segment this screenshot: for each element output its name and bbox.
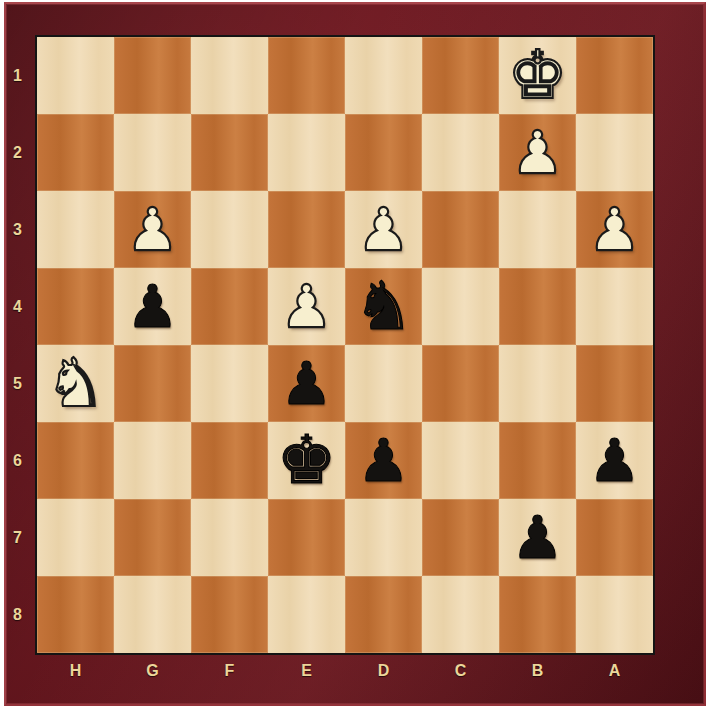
square-h8[interactable] bbox=[37, 576, 114, 653]
square-e3[interactable] bbox=[268, 191, 345, 268]
rank-labels: 12345678 bbox=[2, 37, 33, 653]
square-f5[interactable] bbox=[191, 345, 268, 422]
file-label-e: E bbox=[268, 657, 345, 693]
piece-black-pawn-g4[interactable]: ♟ bbox=[126, 277, 179, 336]
square-a4[interactable] bbox=[576, 268, 653, 345]
piece-white-pawn-g3[interactable]: ♟ bbox=[126, 200, 179, 259]
square-f2[interactable] bbox=[191, 114, 268, 191]
square-g4[interactable]: ♟ bbox=[114, 268, 191, 345]
square-b5[interactable] bbox=[499, 345, 576, 422]
square-f6[interactable] bbox=[191, 422, 268, 499]
chess-board[interactable]: ♚♟♟♟♟♟♟♞♞♟♚♟♟♟ bbox=[35, 35, 655, 655]
piece-black-pawn-e5[interactable]: ♟ bbox=[280, 354, 333, 413]
rank-label-7: 7 bbox=[2, 499, 33, 576]
square-a7[interactable] bbox=[576, 499, 653, 576]
square-c4[interactable] bbox=[422, 268, 499, 345]
square-c8[interactable] bbox=[422, 576, 499, 653]
square-h5[interactable]: ♞ bbox=[37, 345, 114, 422]
square-d7[interactable] bbox=[345, 499, 422, 576]
square-g5[interactable] bbox=[114, 345, 191, 422]
square-a1[interactable] bbox=[576, 37, 653, 114]
file-label-c: C bbox=[422, 657, 499, 693]
square-g8[interactable] bbox=[114, 576, 191, 653]
square-d1[interactable] bbox=[345, 37, 422, 114]
square-d6[interactable]: ♟ bbox=[345, 422, 422, 499]
square-d4[interactable]: ♞ bbox=[345, 268, 422, 345]
file-label-d: D bbox=[345, 657, 422, 693]
square-f7[interactable] bbox=[191, 499, 268, 576]
rank-label-8: 8 bbox=[2, 576, 33, 653]
square-a2[interactable] bbox=[576, 114, 653, 191]
square-e2[interactable] bbox=[268, 114, 345, 191]
square-b2[interactable]: ♟ bbox=[499, 114, 576, 191]
screenshot-root: { "game": "chess", "position": { "fen": … bbox=[0, 0, 709, 709]
square-b6[interactable] bbox=[499, 422, 576, 499]
square-h7[interactable] bbox=[37, 499, 114, 576]
square-f4[interactable] bbox=[191, 268, 268, 345]
file-label-g: G bbox=[114, 657, 191, 693]
piece-white-pawn-a3[interactable]: ♟ bbox=[588, 200, 641, 259]
square-e6[interactable]: ♚ bbox=[268, 422, 345, 499]
file-label-a: A bbox=[576, 657, 653, 693]
square-h3[interactable] bbox=[37, 191, 114, 268]
square-e5[interactable]: ♟ bbox=[268, 345, 345, 422]
square-g1[interactable] bbox=[114, 37, 191, 114]
square-c3[interactable] bbox=[422, 191, 499, 268]
square-c1[interactable] bbox=[422, 37, 499, 114]
square-d3[interactable]: ♟ bbox=[345, 191, 422, 268]
file-label-h: H bbox=[37, 657, 114, 693]
square-b4[interactable] bbox=[499, 268, 576, 345]
square-h2[interactable] bbox=[37, 114, 114, 191]
square-e1[interactable] bbox=[268, 37, 345, 114]
square-g2[interactable] bbox=[114, 114, 191, 191]
piece-black-king-e6[interactable]: ♚ bbox=[276, 427, 336, 494]
square-c5[interactable] bbox=[422, 345, 499, 422]
square-a6[interactable]: ♟ bbox=[576, 422, 653, 499]
square-f8[interactable] bbox=[191, 576, 268, 653]
piece-white-pawn-d3[interactable]: ♟ bbox=[357, 200, 410, 259]
square-f3[interactable] bbox=[191, 191, 268, 268]
square-a3[interactable]: ♟ bbox=[576, 191, 653, 268]
rank-label-1: 1 bbox=[2, 37, 33, 114]
file-label-f: F bbox=[191, 657, 268, 693]
square-b3[interactable] bbox=[499, 191, 576, 268]
rank-label-6: 6 bbox=[2, 422, 33, 499]
square-d8[interactable] bbox=[345, 576, 422, 653]
rank-label-2: 2 bbox=[2, 114, 33, 191]
rank-label-5: 5 bbox=[2, 345, 33, 422]
square-h4[interactable] bbox=[37, 268, 114, 345]
square-g3[interactable]: ♟ bbox=[114, 191, 191, 268]
square-g6[interactable] bbox=[114, 422, 191, 499]
square-c6[interactable] bbox=[422, 422, 499, 499]
piece-white-pawn-e4[interactable]: ♟ bbox=[280, 277, 333, 336]
square-b7[interactable]: ♟ bbox=[499, 499, 576, 576]
piece-white-pawn-b2[interactable]: ♟ bbox=[511, 123, 564, 182]
file-labels: HGFEDCBA bbox=[37, 657, 653, 693]
square-c7[interactable] bbox=[422, 499, 499, 576]
square-e7[interactable] bbox=[268, 499, 345, 576]
rank-label-3: 3 bbox=[2, 191, 33, 268]
square-d2[interactable] bbox=[345, 114, 422, 191]
square-b8[interactable] bbox=[499, 576, 576, 653]
piece-black-knight-d4[interactable]: ♞ bbox=[353, 273, 413, 340]
square-e8[interactable] bbox=[268, 576, 345, 653]
square-d5[interactable] bbox=[345, 345, 422, 422]
square-b1[interactable]: ♚ bbox=[499, 37, 576, 114]
piece-black-pawn-d6[interactable]: ♟ bbox=[357, 431, 410, 490]
rank-label-4: 4 bbox=[2, 268, 33, 345]
piece-white-king-b1[interactable]: ♚ bbox=[507, 42, 567, 109]
square-f1[interactable] bbox=[191, 37, 268, 114]
square-c2[interactable] bbox=[422, 114, 499, 191]
piece-black-pawn-a6[interactable]: ♟ bbox=[588, 431, 641, 490]
square-a8[interactable] bbox=[576, 576, 653, 653]
file-label-b: B bbox=[499, 657, 576, 693]
square-e4[interactable]: ♟ bbox=[268, 268, 345, 345]
piece-black-pawn-b7[interactable]: ♟ bbox=[511, 508, 564, 567]
square-a5[interactable] bbox=[576, 345, 653, 422]
piece-white-knight-h5[interactable]: ♞ bbox=[45, 350, 105, 417]
square-g7[interactable] bbox=[114, 499, 191, 576]
square-h1[interactable] bbox=[37, 37, 114, 114]
square-h6[interactable] bbox=[37, 422, 114, 499]
